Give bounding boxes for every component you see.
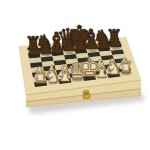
- piece-shadow: [85, 45, 96, 48]
- piece-shadow: [29, 50, 38, 53]
- piece-shadow: [97, 44, 107, 47]
- piece-shadow: [37, 83, 45, 85]
- piece-shadow: [73, 45, 87, 49]
- piece-shadow: [121, 69, 128, 71]
- piece-shadow: [36, 79, 43, 81]
- piece-shadow: [30, 55, 38, 57]
- piece-shadow: [72, 74, 79, 76]
- piece-shadow: [60, 76, 67, 78]
- piece-shadow: [40, 49, 50, 52]
- piece-shadow: [62, 47, 74, 51]
- piece-shadow: [51, 48, 62, 51]
- piece-shadow: [97, 76, 107, 79]
- piece-shadow: [49, 82, 58, 85]
- piece-shadow: [112, 47, 120, 49]
- piece-shadow: [96, 72, 103, 74]
- piece-shadow: [77, 51, 85, 53]
- piece-shadow: [42, 54, 50, 56]
- chess-set-product-photo: ♜♞♝♛♚♝♞♜♟♟♟♟♟♟♟♟♟♟♟♟♟♟♟♟♜♞♝♛♚♝♞♜: [0, 0, 150, 150]
- piece-shadow: [109, 70, 116, 72]
- piece-shadow: [72, 79, 83, 82]
- piece-shadow: [65, 52, 73, 54]
- piece-shadow: [110, 74, 119, 77]
- piece-shadow: [53, 53, 61, 55]
- piece-shadow: [88, 50, 96, 52]
- piece-shadow: [84, 73, 91, 75]
- piece-shadow: [110, 43, 119, 46]
- piece-shadow: [48, 77, 55, 79]
- piece-shadow: [100, 48, 108, 50]
- folding-chess-board: [0, 0, 150, 150]
- piece-shadow: [60, 80, 70, 83]
- piece-shadow: [122, 73, 130, 75]
- piece-shadow: [84, 77, 96, 80]
